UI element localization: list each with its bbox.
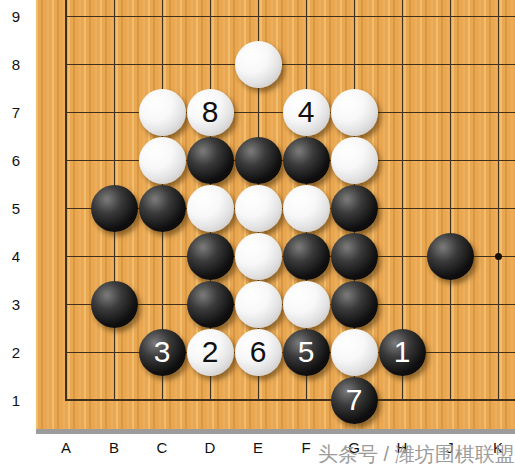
col-label-D: D	[195, 439, 225, 456]
stone-black-G5	[331, 185, 378, 232]
grid-line-col-A	[65, 0, 67, 401]
board-bottom-edge-shadow	[36, 429, 515, 434]
stone-black-D6	[187, 137, 234, 184]
stone-white-F5	[283, 185, 330, 232]
go-problem-diagram: 84326517 987654321 ABCDEFGHJK 头条号 / 潍坊围棋…	[0, 0, 515, 470]
row-label-3: 3	[1, 296, 31, 313]
stone-black-G3	[331, 281, 378, 328]
stone-white-D5	[187, 185, 234, 232]
stone-black-E6	[235, 137, 282, 184]
row-label-5: 5	[1, 200, 31, 217]
stone-white-E3	[235, 281, 282, 328]
stone-black-D4	[187, 233, 234, 280]
move-number-5: 5	[283, 329, 330, 376]
stone-black-H2: 1	[379, 329, 426, 376]
star-point-K4	[495, 253, 502, 260]
stone-white-D2: 2	[187, 329, 234, 376]
move-number-6: 6	[235, 329, 282, 376]
stone-black-F6	[283, 137, 330, 184]
stone-black-G4	[331, 233, 378, 280]
row-label-4: 4	[1, 248, 31, 265]
grid-line-col-J	[450, 0, 451, 401]
col-label-B: B	[99, 439, 129, 456]
stone-white-E8	[235, 41, 282, 88]
grid-line-row-8	[65, 64, 515, 65]
stone-white-C7	[139, 89, 186, 136]
stone-white-E2: 6	[235, 329, 282, 376]
col-label-F: F	[291, 439, 321, 456]
col-label-E: E	[243, 439, 273, 456]
stone-white-F3	[283, 281, 330, 328]
stone-black-D3	[187, 281, 234, 328]
stone-black-B5	[91, 185, 138, 232]
watermark-text: 头条号 / 潍坊围棋联盟	[318, 441, 515, 468]
row-label-7: 7	[1, 104, 31, 121]
stone-white-E5	[235, 185, 282, 232]
stone-white-G6	[331, 137, 378, 184]
stone-black-B3	[91, 281, 138, 328]
col-label-C: C	[147, 439, 177, 456]
row-label-8: 8	[1, 56, 31, 73]
move-number-2: 2	[187, 329, 234, 376]
stone-black-C2: 3	[139, 329, 186, 376]
stone-black-F2: 5	[283, 329, 330, 376]
stone-white-E4	[235, 233, 282, 280]
move-number-3: 3	[139, 329, 186, 376]
grid-line-col-K	[498, 0, 499, 401]
row-label-2: 2	[1, 344, 31, 361]
stone-white-D7: 8	[187, 89, 234, 136]
stone-white-G2	[331, 329, 378, 376]
stone-black-J4	[427, 233, 474, 280]
stone-black-C5	[139, 185, 186, 232]
row-label-6: 6	[1, 152, 31, 169]
move-number-4: 4	[283, 89, 330, 136]
stone-black-G1: 7	[331, 377, 378, 424]
col-label-A: A	[51, 439, 81, 456]
row-label-1: 1	[1, 392, 31, 409]
stone-white-C6	[139, 137, 186, 184]
grid-line-row-1	[65, 399, 515, 401]
row-label-9: 9	[1, 8, 31, 25]
move-number-1: 1	[379, 329, 426, 376]
grid-line-row-9	[65, 16, 515, 17]
stone-white-G7	[331, 89, 378, 136]
stone-white-F7: 4	[283, 89, 330, 136]
move-number-7: 7	[331, 377, 378, 424]
stone-black-F4	[283, 233, 330, 280]
move-number-8: 8	[187, 89, 234, 136]
